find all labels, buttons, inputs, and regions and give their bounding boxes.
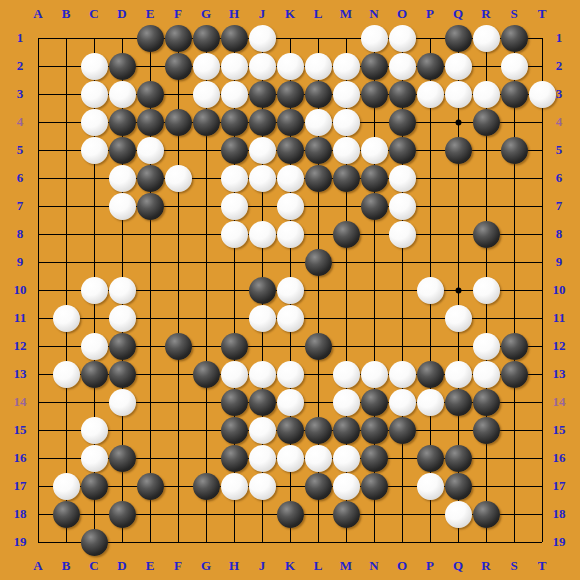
cell-K16[interactable] [276,444,304,472]
cell-H12[interactable] [220,332,248,360]
cell-O14[interactable] [388,388,416,416]
cell-L16[interactable] [304,444,332,472]
cell-E13[interactable] [136,360,164,388]
cell-S15[interactable] [500,416,528,444]
cell-S16[interactable] [500,444,528,472]
cell-S12[interactable] [500,332,528,360]
cell-R11[interactable] [472,304,500,332]
cell-S4[interactable] [500,108,528,136]
cell-C15[interactable] [80,416,108,444]
cell-L14[interactable] [304,388,332,416]
cell-D2[interactable] [108,52,136,80]
cell-N18[interactable] [360,500,388,528]
cell-D5[interactable] [108,136,136,164]
cell-T2[interactable] [528,52,556,80]
cell-B12[interactable] [52,332,80,360]
cell-E1[interactable] [136,24,164,52]
cell-R7[interactable] [472,192,500,220]
cell-P9[interactable] [416,248,444,276]
cell-E5[interactable] [136,136,164,164]
cell-G15[interactable] [192,416,220,444]
cell-J17[interactable] [248,472,276,500]
cell-B19[interactable] [52,528,80,556]
cell-B8[interactable] [52,220,80,248]
cell-O5[interactable] [388,136,416,164]
cell-O13[interactable] [388,360,416,388]
cell-C3[interactable] [80,80,108,108]
cell-L12[interactable] [304,332,332,360]
cell-H9[interactable] [220,248,248,276]
cell-N11[interactable] [360,304,388,332]
cell-H13[interactable] [220,360,248,388]
cell-J8[interactable] [248,220,276,248]
cell-A8[interactable] [24,220,52,248]
cell-S7[interactable] [500,192,528,220]
cell-O15[interactable] [388,416,416,444]
cell-B11[interactable] [52,304,80,332]
cell-B10[interactable] [52,276,80,304]
cell-L1[interactable] [304,24,332,52]
cell-R10[interactable] [472,276,500,304]
cell-H16[interactable] [220,444,248,472]
cell-G14[interactable] [192,388,220,416]
cell-A12[interactable] [24,332,52,360]
cell-E7[interactable] [136,192,164,220]
cell-Q9[interactable] [444,248,472,276]
cell-A18[interactable] [24,500,52,528]
cell-F6[interactable] [164,164,192,192]
cell-T9[interactable] [528,248,556,276]
cell-E11[interactable] [136,304,164,332]
cell-S19[interactable] [500,528,528,556]
cell-M7[interactable] [332,192,360,220]
cell-J14[interactable] [248,388,276,416]
cell-M19[interactable] [332,528,360,556]
cell-F10[interactable] [164,276,192,304]
cell-G13[interactable] [192,360,220,388]
cell-D1[interactable] [108,24,136,52]
cell-A13[interactable] [24,360,52,388]
cell-B16[interactable] [52,444,80,472]
cell-S5[interactable] [500,136,528,164]
cell-T3[interactable] [528,80,556,108]
cell-F7[interactable] [164,192,192,220]
cell-A17[interactable] [24,472,52,500]
cell-F8[interactable] [164,220,192,248]
cell-N4[interactable] [360,108,388,136]
cell-K14[interactable] [276,388,304,416]
cell-M14[interactable] [332,388,360,416]
cell-D10[interactable] [108,276,136,304]
cell-B6[interactable] [52,164,80,192]
cell-C2[interactable] [80,52,108,80]
cell-P18[interactable] [416,500,444,528]
cell-E6[interactable] [136,164,164,192]
cell-A11[interactable] [24,304,52,332]
cell-H2[interactable] [220,52,248,80]
cell-D6[interactable] [108,164,136,192]
cell-M3[interactable] [332,80,360,108]
cell-D15[interactable] [108,416,136,444]
cell-H7[interactable] [220,192,248,220]
cell-L15[interactable] [304,416,332,444]
cell-K17[interactable] [276,472,304,500]
cell-N9[interactable] [360,248,388,276]
cell-H6[interactable] [220,164,248,192]
cell-C7[interactable] [80,192,108,220]
cell-G16[interactable] [192,444,220,472]
cell-F2[interactable] [164,52,192,80]
cell-E10[interactable] [136,276,164,304]
cell-N12[interactable] [360,332,388,360]
cell-F3[interactable] [164,80,192,108]
cell-R12[interactable] [472,332,500,360]
cell-G6[interactable] [192,164,220,192]
cell-F9[interactable] [164,248,192,276]
cell-F4[interactable] [164,108,192,136]
cell-H4[interactable] [220,108,248,136]
cell-M6[interactable] [332,164,360,192]
cell-O16[interactable] [388,444,416,472]
cell-K6[interactable] [276,164,304,192]
cell-R13[interactable] [472,360,500,388]
cell-T4[interactable] [528,108,556,136]
cell-P8[interactable] [416,220,444,248]
cell-J4[interactable] [248,108,276,136]
cell-G1[interactable] [192,24,220,52]
cell-R9[interactable] [472,248,500,276]
cell-K5[interactable] [276,136,304,164]
cell-Q2[interactable] [444,52,472,80]
cell-K18[interactable] [276,500,304,528]
cell-A4[interactable] [24,108,52,136]
cell-N2[interactable] [360,52,388,80]
cell-A5[interactable] [24,136,52,164]
cell-J10[interactable] [248,276,276,304]
cell-R4[interactable] [472,108,500,136]
cell-Q11[interactable] [444,304,472,332]
cell-J13[interactable] [248,360,276,388]
cell-R8[interactable] [472,220,500,248]
cell-A6[interactable] [24,164,52,192]
cell-Q16[interactable] [444,444,472,472]
cell-G2[interactable] [192,52,220,80]
cell-E18[interactable] [136,500,164,528]
cell-D16[interactable] [108,444,136,472]
cell-F19[interactable] [164,528,192,556]
cell-T8[interactable] [528,220,556,248]
cell-K9[interactable] [276,248,304,276]
cell-L13[interactable] [304,360,332,388]
cell-O4[interactable] [388,108,416,136]
cell-B14[interactable] [52,388,80,416]
cell-T7[interactable] [528,192,556,220]
cell-Q15[interactable] [444,416,472,444]
cell-E14[interactable] [136,388,164,416]
cell-L3[interactable] [304,80,332,108]
cell-P13[interactable] [416,360,444,388]
cell-M9[interactable] [332,248,360,276]
cell-T6[interactable] [528,164,556,192]
cell-G3[interactable] [192,80,220,108]
cell-P11[interactable] [416,304,444,332]
cell-B1[interactable] [52,24,80,52]
cell-H1[interactable] [220,24,248,52]
cell-M17[interactable] [332,472,360,500]
cell-O1[interactable] [388,24,416,52]
cell-N1[interactable] [360,24,388,52]
cell-Q14[interactable] [444,388,472,416]
cell-G5[interactable] [192,136,220,164]
cell-L18[interactable] [304,500,332,528]
cell-S10[interactable] [500,276,528,304]
cell-B13[interactable] [52,360,80,388]
cell-A10[interactable] [24,276,52,304]
cell-F14[interactable] [164,388,192,416]
cell-K15[interactable] [276,416,304,444]
cell-R18[interactable] [472,500,500,528]
cell-M15[interactable] [332,416,360,444]
cell-H11[interactable] [220,304,248,332]
cell-A14[interactable] [24,388,52,416]
cell-O10[interactable] [388,276,416,304]
cell-E9[interactable] [136,248,164,276]
cell-S8[interactable] [500,220,528,248]
cell-J11[interactable] [248,304,276,332]
cell-J19[interactable] [248,528,276,556]
cell-D4[interactable] [108,108,136,136]
cell-M12[interactable] [332,332,360,360]
cell-S13[interactable] [500,360,528,388]
cell-M4[interactable] [332,108,360,136]
cell-P10[interactable] [416,276,444,304]
cell-P4[interactable] [416,108,444,136]
cell-N13[interactable] [360,360,388,388]
cell-D13[interactable] [108,360,136,388]
cell-F12[interactable] [164,332,192,360]
cell-A19[interactable] [24,528,52,556]
cell-E16[interactable] [136,444,164,472]
cell-K2[interactable] [276,52,304,80]
cell-P6[interactable] [416,164,444,192]
cell-S17[interactable] [500,472,528,500]
cell-C5[interactable] [80,136,108,164]
cell-E15[interactable] [136,416,164,444]
cell-A7[interactable] [24,192,52,220]
cell-G9[interactable] [192,248,220,276]
cell-J12[interactable] [248,332,276,360]
cell-F16[interactable] [164,444,192,472]
cell-P14[interactable] [416,388,444,416]
cell-O12[interactable] [388,332,416,360]
cell-M13[interactable] [332,360,360,388]
cell-Q17[interactable] [444,472,472,500]
cell-P1[interactable] [416,24,444,52]
cell-R5[interactable] [472,136,500,164]
cell-R6[interactable] [472,164,500,192]
cell-B7[interactable] [52,192,80,220]
cell-O3[interactable] [388,80,416,108]
cell-O6[interactable] [388,164,416,192]
cell-O9[interactable] [388,248,416,276]
cell-N6[interactable] [360,164,388,192]
cell-B4[interactable] [52,108,80,136]
cell-N10[interactable] [360,276,388,304]
cell-D11[interactable] [108,304,136,332]
cell-O7[interactable] [388,192,416,220]
cell-G11[interactable] [192,304,220,332]
cell-E12[interactable] [136,332,164,360]
cell-M18[interactable] [332,500,360,528]
cell-O11[interactable] [388,304,416,332]
cell-P12[interactable] [416,332,444,360]
cell-M10[interactable] [332,276,360,304]
cell-R1[interactable] [472,24,500,52]
cell-Q5[interactable] [444,136,472,164]
cell-C19[interactable] [80,528,108,556]
cell-B3[interactable] [52,80,80,108]
cell-L10[interactable] [304,276,332,304]
cell-M2[interactable] [332,52,360,80]
cell-T11[interactable] [528,304,556,332]
cell-K11[interactable] [276,304,304,332]
cell-P7[interactable] [416,192,444,220]
cell-D12[interactable] [108,332,136,360]
cell-G8[interactable] [192,220,220,248]
cell-C6[interactable] [80,164,108,192]
cell-P3[interactable] [416,80,444,108]
cell-O18[interactable] [388,500,416,528]
cell-J6[interactable] [248,164,276,192]
cell-L11[interactable] [304,304,332,332]
cell-P17[interactable] [416,472,444,500]
cell-L9[interactable] [304,248,332,276]
cell-F5[interactable] [164,136,192,164]
cell-D3[interactable] [108,80,136,108]
cell-C1[interactable] [80,24,108,52]
cell-Q7[interactable] [444,192,472,220]
cell-Q13[interactable] [444,360,472,388]
cell-M8[interactable] [332,220,360,248]
cell-O2[interactable] [388,52,416,80]
cell-C16[interactable] [80,444,108,472]
cell-B18[interactable] [52,500,80,528]
cell-D17[interactable] [108,472,136,500]
cell-A15[interactable] [24,416,52,444]
cell-H10[interactable] [220,276,248,304]
cell-E4[interactable] [136,108,164,136]
cell-F11[interactable] [164,304,192,332]
cell-R3[interactable] [472,80,500,108]
cell-E3[interactable] [136,80,164,108]
cell-G19[interactable] [192,528,220,556]
cell-C18[interactable] [80,500,108,528]
cell-Q4[interactable] [444,108,472,136]
cell-O17[interactable] [388,472,416,500]
cell-R2[interactable] [472,52,500,80]
cell-Q3[interactable] [444,80,472,108]
cell-D7[interactable] [108,192,136,220]
cell-Q12[interactable] [444,332,472,360]
cell-E19[interactable] [136,528,164,556]
cell-J9[interactable] [248,248,276,276]
cell-F17[interactable] [164,472,192,500]
cell-Q18[interactable] [444,500,472,528]
cell-S2[interactable] [500,52,528,80]
cell-G4[interactable] [192,108,220,136]
cell-Q8[interactable] [444,220,472,248]
cell-E8[interactable] [136,220,164,248]
cell-M5[interactable] [332,136,360,164]
cell-Q10[interactable] [444,276,472,304]
cell-C17[interactable] [80,472,108,500]
cell-N5[interactable] [360,136,388,164]
cell-E17[interactable] [136,472,164,500]
cell-C11[interactable] [80,304,108,332]
cell-K10[interactable] [276,276,304,304]
cell-O8[interactable] [388,220,416,248]
cell-P15[interactable] [416,416,444,444]
cell-R17[interactable] [472,472,500,500]
cell-M11[interactable] [332,304,360,332]
cell-K7[interactable] [276,192,304,220]
cell-S3[interactable] [500,80,528,108]
cell-S18[interactable] [500,500,528,528]
cell-S14[interactable] [500,388,528,416]
cell-R15[interactable] [472,416,500,444]
cell-N3[interactable] [360,80,388,108]
cell-H15[interactable] [220,416,248,444]
cell-L8[interactable] [304,220,332,248]
cell-H8[interactable] [220,220,248,248]
cell-F13[interactable] [164,360,192,388]
cell-C13[interactable] [80,360,108,388]
cell-L5[interactable] [304,136,332,164]
cell-S1[interactable] [500,24,528,52]
cell-P2[interactable] [416,52,444,80]
cell-L2[interactable] [304,52,332,80]
cell-G7[interactable] [192,192,220,220]
cell-N7[interactable] [360,192,388,220]
cell-S6[interactable] [500,164,528,192]
cell-J7[interactable] [248,192,276,220]
cell-L7[interactable] [304,192,332,220]
cell-R16[interactable] [472,444,500,472]
cell-J16[interactable] [248,444,276,472]
cell-Q19[interactable] [444,528,472,556]
cell-H17[interactable] [220,472,248,500]
cell-N14[interactable] [360,388,388,416]
cell-Q1[interactable] [444,24,472,52]
cell-D19[interactable] [108,528,136,556]
cell-H19[interactable] [220,528,248,556]
cell-A9[interactable] [24,248,52,276]
cell-A2[interactable] [24,52,52,80]
cell-N16[interactable] [360,444,388,472]
cell-L19[interactable] [304,528,332,556]
cell-H14[interactable] [220,388,248,416]
cell-B2[interactable] [52,52,80,80]
cell-N19[interactable] [360,528,388,556]
cell-F18[interactable] [164,500,192,528]
cell-P5[interactable] [416,136,444,164]
cell-M16[interactable] [332,444,360,472]
cell-B5[interactable] [52,136,80,164]
cell-F1[interactable] [164,24,192,52]
cell-J15[interactable] [248,416,276,444]
cell-D14[interactable] [108,388,136,416]
cell-N17[interactable] [360,472,388,500]
